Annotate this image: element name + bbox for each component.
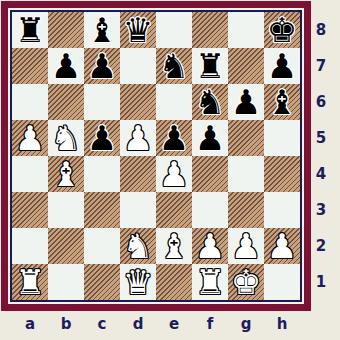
square-e2[interactable]: ♝ bbox=[156, 228, 192, 264]
square-f3[interactable] bbox=[192, 192, 228, 228]
file-label-h: h bbox=[264, 313, 300, 335]
square-h4[interactable] bbox=[264, 156, 300, 192]
square-b4[interactable]: ♝ bbox=[48, 156, 84, 192]
white-pawn-f2[interactable]: ♟ bbox=[195, 228, 225, 264]
white-rook-a1[interactable]: ♜ bbox=[15, 264, 45, 300]
file-label-g: g bbox=[228, 313, 264, 335]
rank-label-3: 3 bbox=[310, 192, 332, 228]
file-labels: abcdefgh bbox=[12, 313, 300, 335]
square-g6[interactable]: ♟ bbox=[228, 84, 264, 120]
square-e5[interactable]: ♟ bbox=[156, 120, 192, 156]
square-a8[interactable]: ♜ bbox=[12, 12, 48, 48]
square-h2[interactable]: ♟ bbox=[264, 228, 300, 264]
square-b7[interactable]: ♟ bbox=[48, 48, 84, 84]
white-bishop-e2[interactable]: ♝ bbox=[159, 228, 189, 264]
square-g8[interactable] bbox=[228, 12, 264, 48]
file-label-c: c bbox=[84, 313, 120, 335]
file-label-e: e bbox=[156, 313, 192, 335]
rank-label-1: 1 bbox=[310, 264, 332, 300]
file-label-b: b bbox=[48, 313, 84, 335]
square-h1[interactable] bbox=[264, 264, 300, 300]
white-pawn-e4[interactable]: ♟ bbox=[159, 156, 189, 192]
square-d1[interactable]: ♛ bbox=[120, 264, 156, 300]
square-c2[interactable] bbox=[84, 228, 120, 264]
square-f4[interactable] bbox=[192, 156, 228, 192]
black-pawn-c5[interactable]: ♟ bbox=[87, 120, 117, 156]
square-f6[interactable]: ♞ bbox=[192, 84, 228, 120]
white-bishop-b4[interactable]: ♝ bbox=[51, 156, 81, 192]
square-f5[interactable]: ♟ bbox=[192, 120, 228, 156]
file-label-d: d bbox=[120, 313, 156, 335]
square-a6[interactable] bbox=[12, 84, 48, 120]
square-c7[interactable]: ♟ bbox=[84, 48, 120, 84]
square-e3[interactable] bbox=[156, 192, 192, 228]
square-a3[interactable] bbox=[12, 192, 48, 228]
square-h8[interactable]: ♚ bbox=[264, 12, 300, 48]
rank-label-8: 8 bbox=[310, 12, 332, 48]
square-d3[interactable] bbox=[120, 192, 156, 228]
square-e8[interactable] bbox=[156, 12, 192, 48]
square-e4[interactable]: ♟ bbox=[156, 156, 192, 192]
square-h7[interactable]: ♟ bbox=[264, 48, 300, 84]
square-f8[interactable] bbox=[192, 12, 228, 48]
black-knight-e7[interactable]: ♞ bbox=[159, 48, 189, 84]
square-a4[interactable] bbox=[12, 156, 48, 192]
square-b6[interactable] bbox=[48, 84, 84, 120]
black-queen-d8[interactable]: ♛ bbox=[123, 12, 153, 48]
square-e6[interactable] bbox=[156, 84, 192, 120]
square-d5[interactable]: ♟ bbox=[120, 120, 156, 156]
square-b2[interactable] bbox=[48, 228, 84, 264]
white-pawn-g2[interactable]: ♟ bbox=[231, 228, 261, 264]
square-g2[interactable]: ♟ bbox=[228, 228, 264, 264]
white-queen-d1[interactable]: ♛ bbox=[123, 264, 153, 300]
black-king-h8[interactable]: ♚ bbox=[267, 12, 297, 48]
square-b8[interactable] bbox=[48, 12, 84, 48]
white-knight-b5[interactable]: ♞ bbox=[51, 120, 81, 156]
square-b1[interactable] bbox=[48, 264, 84, 300]
rank-label-5: 5 bbox=[310, 120, 332, 156]
square-g7[interactable] bbox=[228, 48, 264, 84]
square-c1[interactable] bbox=[84, 264, 120, 300]
square-a5[interactable]: ♟ bbox=[12, 120, 48, 156]
square-h5[interactable] bbox=[264, 120, 300, 156]
square-f1[interactable]: ♜ bbox=[192, 264, 228, 300]
board-frame: ♜♝♛♚♟♟♞♜♟♞♟♝♟♞♟♟♟♟♝♟♞♝♟♟♟♜♛♜♚ bbox=[1, 1, 311, 311]
file-label-f: f bbox=[192, 313, 228, 335]
square-f2[interactable]: ♟ bbox=[192, 228, 228, 264]
white-knight-d2[interactable]: ♞ bbox=[123, 228, 153, 264]
square-c4[interactable] bbox=[84, 156, 120, 192]
rank-label-4: 4 bbox=[310, 156, 332, 192]
chess-diagram: ♜♝♛♚♟♟♞♜♟♞♟♝♟♞♟♟♟♟♝♟♞♝♟♟♟♜♛♜♚ abcdefgh 8… bbox=[0, 0, 340, 340]
square-a1[interactable]: ♜ bbox=[12, 264, 48, 300]
black-pawn-b7[interactable]: ♟ bbox=[51, 48, 81, 84]
black-rook-a8[interactable]: ♜ bbox=[15, 12, 45, 48]
square-h6[interactable]: ♝ bbox=[264, 84, 300, 120]
white-pawn-h2[interactable]: ♟ bbox=[267, 228, 297, 264]
rank-label-7: 7 bbox=[310, 48, 332, 84]
board-inner-border: ♜♝♛♚♟♟♞♜♟♞♟♝♟♞♟♟♟♟♝♟♞♝♟♟♟♜♛♜♚ bbox=[10, 10, 302, 302]
square-b5[interactable]: ♞ bbox=[48, 120, 84, 156]
black-knight-f6[interactable]: ♞ bbox=[195, 84, 225, 120]
square-g3[interactable] bbox=[228, 192, 264, 228]
white-king-g1[interactable]: ♚ bbox=[231, 264, 261, 300]
square-f7[interactable]: ♜ bbox=[192, 48, 228, 84]
white-pawn-d5[interactable]: ♟ bbox=[123, 120, 153, 156]
square-g4[interactable] bbox=[228, 156, 264, 192]
square-e7[interactable]: ♞ bbox=[156, 48, 192, 84]
black-bishop-c8[interactable]: ♝ bbox=[87, 12, 117, 48]
black-pawn-f5[interactable]: ♟ bbox=[195, 120, 225, 156]
square-c5[interactable]: ♟ bbox=[84, 120, 120, 156]
square-d2[interactable]: ♞ bbox=[120, 228, 156, 264]
square-g5[interactable] bbox=[228, 120, 264, 156]
square-a2[interactable] bbox=[12, 228, 48, 264]
rank-label-6: 6 bbox=[310, 84, 332, 120]
black-rook-f7[interactable]: ♜ bbox=[195, 48, 225, 84]
black-pawn-h7[interactable]: ♟ bbox=[267, 48, 297, 84]
rank-labels: 87654321 bbox=[310, 12, 332, 300]
chess-board: ♜♝♛♚♟♟♞♜♟♞♟♝♟♞♟♟♟♟♝♟♞♝♟♟♟♜♛♜♚ bbox=[12, 12, 300, 300]
white-pawn-a5[interactable]: ♟ bbox=[15, 120, 45, 156]
square-c6[interactable] bbox=[84, 84, 120, 120]
square-b3[interactable] bbox=[48, 192, 84, 228]
square-c8[interactable]: ♝ bbox=[84, 12, 120, 48]
square-d6[interactable] bbox=[120, 84, 156, 120]
square-d8[interactable]: ♛ bbox=[120, 12, 156, 48]
square-d7[interactable] bbox=[120, 48, 156, 84]
square-d4[interactable] bbox=[120, 156, 156, 192]
black-bishop-h6[interactable]: ♝ bbox=[267, 84, 297, 120]
black-pawn-e5[interactable]: ♟ bbox=[159, 120, 189, 156]
square-e1[interactable] bbox=[156, 264, 192, 300]
square-c3[interactable] bbox=[84, 192, 120, 228]
file-label-a: a bbox=[12, 313, 48, 335]
square-g1[interactable]: ♚ bbox=[228, 264, 264, 300]
rank-label-2: 2 bbox=[310, 228, 332, 264]
square-a7[interactable] bbox=[12, 48, 48, 84]
white-rook-f1[interactable]: ♜ bbox=[195, 264, 225, 300]
black-pawn-g6[interactable]: ♟ bbox=[231, 84, 261, 120]
black-pawn-c7[interactable]: ♟ bbox=[87, 48, 117, 84]
square-h3[interactable] bbox=[264, 192, 300, 228]
